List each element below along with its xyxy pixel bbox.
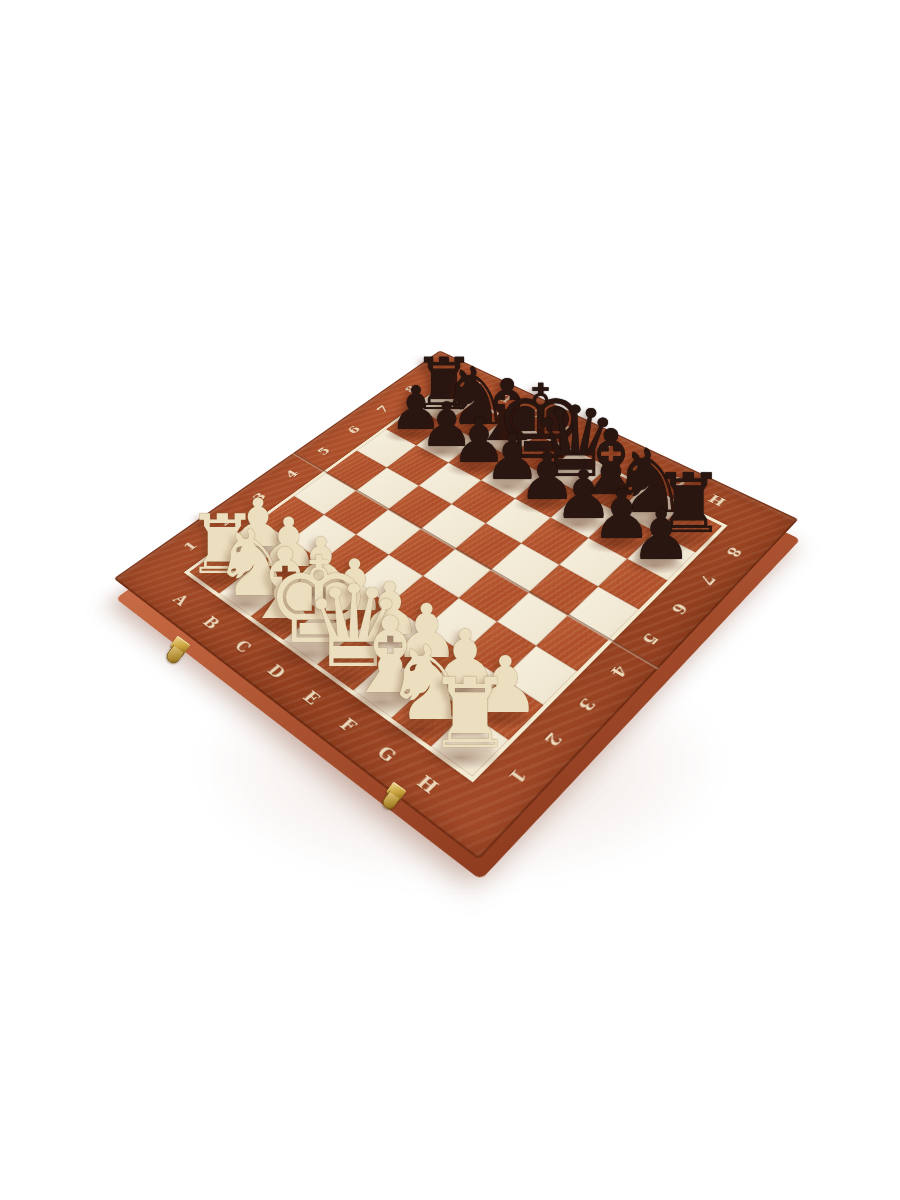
black-pawn-h7[interactable]: ♟ <box>630 500 692 570</box>
white-rook-h1[interactable]: ♜ <box>427 666 514 763</box>
product-photo-scene: AA88BB77CC66DD55EE44FF33GG22HH11 ♜♞♝♚♛♝♞… <box>0 0 900 1200</box>
